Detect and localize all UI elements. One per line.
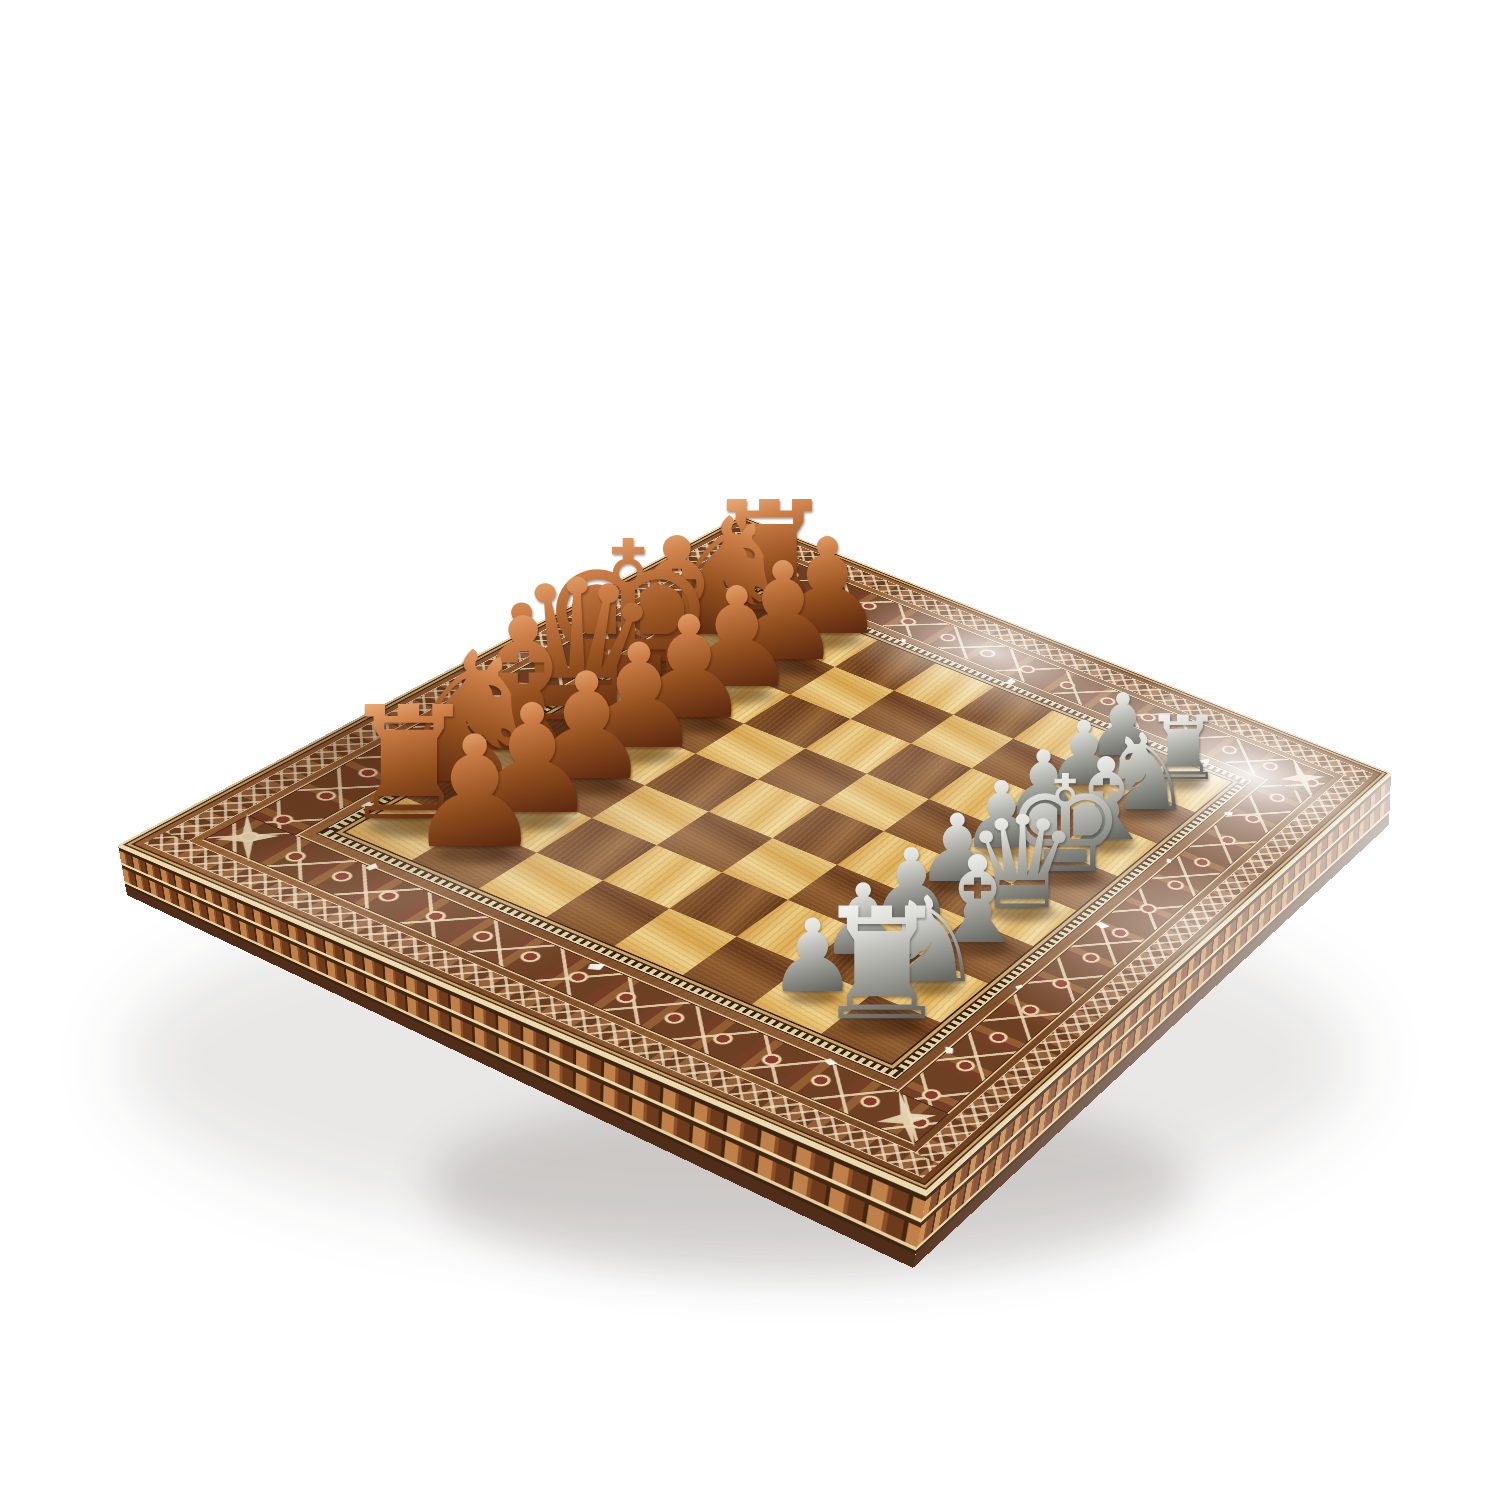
- rook-glyph: ♜: [813, 888, 951, 1042]
- product-photo-stage: ♜♞♝♛♚♝♞♜♟♟♟♟♟♟♟♟♟♟♟♟♟♟♟♟♜♞♝♛♚♝♞♜: [0, 0, 1500, 1500]
- pieces-layer: ♜♞♝♛♚♝♞♜♟♟♟♟♟♟♟♟♟♟♟♟♟♟♟♟♜♞♝♛♚♝♞♜: [0, 0, 1500, 1500]
- pawn-glyph: ♟: [406, 716, 544, 870]
